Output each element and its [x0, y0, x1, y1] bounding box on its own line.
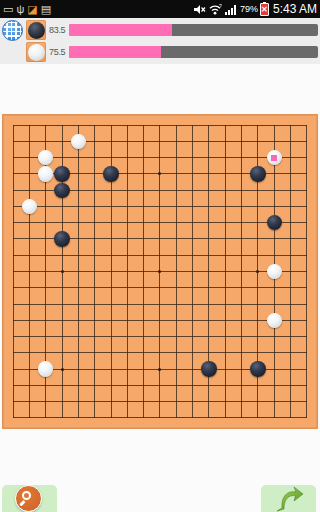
- board-cell[interactable]: [184, 117, 200, 133]
- board-cell[interactable]: [70, 377, 86, 393]
- board-cell[interactable]: [119, 117, 135, 133]
- board-cell[interactable]: [266, 133, 282, 149]
- board-cell[interactable]: [266, 345, 282, 361]
- board-cell[interactable]: [299, 345, 315, 361]
- board-cell[interactable]: [299, 312, 315, 328]
- board-cell[interactable]: [299, 296, 315, 312]
- board-cell[interactable]: [54, 263, 70, 279]
- board-cell[interactable]: [152, 133, 168, 149]
- board-cell[interactable]: [233, 215, 249, 231]
- board-cell[interactable]: [217, 182, 233, 198]
- board-cell[interactable]: [21, 312, 37, 328]
- board-cell[interactable]: [54, 198, 70, 214]
- board-cell[interactable]: [103, 117, 119, 133]
- board-cell[interactable]: [87, 393, 103, 409]
- board-cell[interactable]: [299, 393, 315, 409]
- board-cell[interactable]: [54, 361, 70, 377]
- board-cell[interactable]: [168, 377, 184, 393]
- board-cell[interactable]: [282, 296, 298, 312]
- board-cell[interactable]: [152, 393, 168, 409]
- board-cell[interactable]: [21, 393, 37, 409]
- board-cell[interactable]: [266, 312, 282, 328]
- board-cell[interactable]: [168, 312, 184, 328]
- board-cell[interactable]: [201, 328, 217, 344]
- board-cell[interactable]: [299, 182, 315, 198]
- board-cell[interactable]: [282, 263, 298, 279]
- board-cell[interactable]: [233, 263, 249, 279]
- board-cell[interactable]: [233, 231, 249, 247]
- board-cell[interactable]: [38, 231, 54, 247]
- board-cell[interactable]: [233, 377, 249, 393]
- board-cell[interactable]: [38, 150, 54, 166]
- board-cell[interactable]: [54, 150, 70, 166]
- board-cell[interactable]: [250, 198, 266, 214]
- board-cell[interactable]: [152, 263, 168, 279]
- board-cell[interactable]: [299, 133, 315, 149]
- go-board[interactable]: [2, 114, 318, 429]
- board-cell[interactable]: [184, 361, 200, 377]
- board-cell[interactable]: [266, 166, 282, 182]
- board-cell[interactable]: [168, 328, 184, 344]
- board-cell[interactable]: [136, 133, 152, 149]
- board-cell[interactable]: [184, 166, 200, 182]
- board-cell[interactable]: [152, 198, 168, 214]
- board-cell[interactable]: [5, 215, 21, 231]
- board-cell[interactable]: [250, 182, 266, 198]
- board-cell[interactable]: [233, 393, 249, 409]
- board-cell[interactable]: [87, 312, 103, 328]
- board-cell[interactable]: [266, 361, 282, 377]
- board-cell[interactable]: [38, 166, 54, 182]
- board-cell[interactable]: [250, 150, 266, 166]
- board-cell[interactable]: [87, 410, 103, 426]
- board-cell[interactable]: [70, 247, 86, 263]
- board-cell[interactable]: [266, 280, 282, 296]
- board-cell[interactable]: [103, 247, 119, 263]
- board-cell[interactable]: [233, 150, 249, 166]
- board-cell[interactable]: [233, 328, 249, 344]
- board-cell[interactable]: [119, 133, 135, 149]
- board-cell[interactable]: [119, 361, 135, 377]
- board-cell[interactable]: [87, 150, 103, 166]
- board-cell[interactable]: [103, 377, 119, 393]
- forward-button[interactable]: [261, 485, 316, 512]
- board-cell[interactable]: [184, 247, 200, 263]
- board-cell[interactable]: [119, 198, 135, 214]
- board-cell[interactable]: [87, 345, 103, 361]
- board-cell[interactable]: [136, 361, 152, 377]
- board-cell[interactable]: [5, 150, 21, 166]
- board-cell[interactable]: [38, 361, 54, 377]
- board-cell[interactable]: [87, 377, 103, 393]
- board-cell[interactable]: [103, 280, 119, 296]
- board-cell[interactable]: [201, 231, 217, 247]
- board-cell[interactable]: [201, 247, 217, 263]
- board-cell[interactable]: [21, 410, 37, 426]
- board-cell[interactable]: [21, 215, 37, 231]
- board-cell[interactable]: [5, 296, 21, 312]
- board-cell[interactable]: [217, 133, 233, 149]
- board-cell[interactable]: [136, 328, 152, 344]
- board-cell[interactable]: [87, 133, 103, 149]
- board-cell[interactable]: [282, 280, 298, 296]
- board-cell[interactable]: [282, 393, 298, 409]
- board-cell[interactable]: [21, 182, 37, 198]
- board-cell[interactable]: [168, 133, 184, 149]
- board-cell[interactable]: [168, 150, 184, 166]
- board-cell[interactable]: [54, 393, 70, 409]
- board-cell[interactable]: [54, 345, 70, 361]
- board-cell[interactable]: [119, 345, 135, 361]
- board-cell[interactable]: [152, 296, 168, 312]
- board-cell[interactable]: [266, 263, 282, 279]
- board-cell[interactable]: [201, 377, 217, 393]
- board-cell[interactable]: [168, 117, 184, 133]
- board-cell[interactable]: [201, 215, 217, 231]
- board-cell[interactable]: [217, 345, 233, 361]
- board-cell[interactable]: [119, 182, 135, 198]
- board-cell[interactable]: [119, 263, 135, 279]
- board-cell[interactable]: [87, 215, 103, 231]
- board-cell[interactable]: [201, 393, 217, 409]
- board-cell[interactable]: [266, 328, 282, 344]
- board-cell[interactable]: [250, 231, 266, 247]
- board-cell[interactable]: [282, 215, 298, 231]
- board-cell[interactable]: [103, 166, 119, 182]
- board-cell[interactable]: [70, 345, 86, 361]
- board-cell[interactable]: [168, 280, 184, 296]
- board-cell[interactable]: [103, 150, 119, 166]
- board-cell[interactable]: [152, 215, 168, 231]
- board-cell[interactable]: [266, 215, 282, 231]
- board-cell[interactable]: [201, 150, 217, 166]
- board-cell[interactable]: [54, 410, 70, 426]
- board-cell[interactable]: [87, 182, 103, 198]
- board-cell[interactable]: [282, 345, 298, 361]
- board-cell[interactable]: [54, 215, 70, 231]
- board-cell[interactable]: [282, 312, 298, 328]
- board-cell[interactable]: [136, 410, 152, 426]
- board-cell[interactable]: [201, 280, 217, 296]
- board-cell[interactable]: [70, 215, 86, 231]
- board-cell[interactable]: [70, 231, 86, 247]
- board-cell[interactable]: [54, 231, 70, 247]
- board-cell[interactable]: [21, 263, 37, 279]
- board-cell[interactable]: [5, 231, 21, 247]
- board-cell[interactable]: [119, 377, 135, 393]
- board-cell[interactable]: [152, 377, 168, 393]
- board-cell[interactable]: [119, 231, 135, 247]
- board-cell[interactable]: [38, 328, 54, 344]
- board-cell[interactable]: [282, 410, 298, 426]
- board-cell[interactable]: [233, 182, 249, 198]
- board-cell[interactable]: [87, 117, 103, 133]
- board-cell[interactable]: [21, 280, 37, 296]
- board-cell[interactable]: [250, 215, 266, 231]
- board-cell[interactable]: [103, 361, 119, 377]
- board-cell[interactable]: [5, 410, 21, 426]
- board-cell[interactable]: [152, 280, 168, 296]
- board-cell[interactable]: [217, 296, 233, 312]
- board-cell[interactable]: [217, 361, 233, 377]
- board-cell[interactable]: [136, 198, 152, 214]
- board-cell[interactable]: [282, 133, 298, 149]
- board-cell[interactable]: [103, 345, 119, 361]
- board-cell[interactable]: [152, 328, 168, 344]
- board-cell[interactable]: [250, 133, 266, 149]
- board-cell[interactable]: [5, 182, 21, 198]
- board-cell[interactable]: [168, 345, 184, 361]
- board-cell[interactable]: [54, 117, 70, 133]
- board-cell[interactable]: [233, 280, 249, 296]
- board-cell[interactable]: [38, 133, 54, 149]
- board-cell[interactable]: [5, 263, 21, 279]
- board-cell[interactable]: [5, 377, 21, 393]
- board-cell[interactable]: [168, 247, 184, 263]
- board-cell[interactable]: [233, 247, 249, 263]
- board-cell[interactable]: [38, 296, 54, 312]
- board-cell[interactable]: [184, 410, 200, 426]
- board-cell[interactable]: [152, 410, 168, 426]
- board-cell[interactable]: [184, 182, 200, 198]
- board-cell[interactable]: [201, 198, 217, 214]
- board-cell[interactable]: [168, 393, 184, 409]
- board-cell[interactable]: [250, 393, 266, 409]
- board-cell[interactable]: [70, 166, 86, 182]
- board-cell[interactable]: [136, 231, 152, 247]
- board-cell[interactable]: [201, 296, 217, 312]
- board-cell[interactable]: [233, 166, 249, 182]
- board-cell[interactable]: [184, 280, 200, 296]
- zoom-button[interactable]: [2, 485, 57, 512]
- board-cell[interactable]: [152, 361, 168, 377]
- board-cell[interactable]: [201, 117, 217, 133]
- board-cell[interactable]: [217, 150, 233, 166]
- board-cell[interactable]: [70, 150, 86, 166]
- board-cell[interactable]: [38, 410, 54, 426]
- board-cell[interactable]: [184, 198, 200, 214]
- board-cell[interactable]: [21, 296, 37, 312]
- board-cell[interactable]: [299, 150, 315, 166]
- board-cell[interactable]: [299, 215, 315, 231]
- board-cell[interactable]: [136, 296, 152, 312]
- board-cell[interactable]: [87, 328, 103, 344]
- board-cell[interactable]: [299, 328, 315, 344]
- board-cell[interactable]: [5, 166, 21, 182]
- board-cell[interactable]: [152, 312, 168, 328]
- board-cell[interactable]: [168, 198, 184, 214]
- board-cell[interactable]: [168, 166, 184, 182]
- board-cell[interactable]: [266, 182, 282, 198]
- board-cell[interactable]: [5, 117, 21, 133]
- board-cell[interactable]: [266, 377, 282, 393]
- board-cell[interactable]: [233, 410, 249, 426]
- board-cell[interactable]: [136, 377, 152, 393]
- board-cell[interactable]: [70, 133, 86, 149]
- board-cell[interactable]: [54, 280, 70, 296]
- board-cell[interactable]: [38, 280, 54, 296]
- board-cell[interactable]: [233, 312, 249, 328]
- board-cell[interactable]: [152, 150, 168, 166]
- board-cell[interactable]: [70, 198, 86, 214]
- board-cell[interactable]: [217, 377, 233, 393]
- board-cell[interactable]: [5, 280, 21, 296]
- board-cell[interactable]: [233, 133, 249, 149]
- board-cell[interactable]: [299, 231, 315, 247]
- board-cell[interactable]: [217, 198, 233, 214]
- board-cell[interactable]: [103, 215, 119, 231]
- board-cell[interactable]: [266, 231, 282, 247]
- board-cell[interactable]: [299, 166, 315, 182]
- board-cell[interactable]: [299, 410, 315, 426]
- board-cell[interactable]: [136, 280, 152, 296]
- board-cell[interactable]: [136, 117, 152, 133]
- board-cell[interactable]: [168, 231, 184, 247]
- board-cell[interactable]: [70, 182, 86, 198]
- board-cell[interactable]: [250, 328, 266, 344]
- board-cell[interactable]: [119, 166, 135, 182]
- board-cell[interactable]: [21, 247, 37, 263]
- board-cell[interactable]: [103, 312, 119, 328]
- board-cell[interactable]: [217, 166, 233, 182]
- board-cell[interactable]: [233, 198, 249, 214]
- board-cell[interactable]: [266, 117, 282, 133]
- board-cell[interactable]: [152, 247, 168, 263]
- board-cell[interactable]: [299, 247, 315, 263]
- board-cell[interactable]: [103, 393, 119, 409]
- board-cell[interactable]: [87, 263, 103, 279]
- board-cell[interactable]: [299, 198, 315, 214]
- board-cell[interactable]: [184, 296, 200, 312]
- board-cell[interactable]: [136, 247, 152, 263]
- board-cell[interactable]: [250, 377, 266, 393]
- board-cell[interactable]: [21, 117, 37, 133]
- board-cell[interactable]: [119, 215, 135, 231]
- board-cell[interactable]: [152, 117, 168, 133]
- board-cell[interactable]: [184, 133, 200, 149]
- board-cell[interactable]: [21, 166, 37, 182]
- board-cell[interactable]: [119, 312, 135, 328]
- board-cell[interactable]: [282, 361, 298, 377]
- board-cell[interactable]: [136, 150, 152, 166]
- board-cell[interactable]: [38, 393, 54, 409]
- board-cell[interactable]: [87, 247, 103, 263]
- board-cell[interactable]: [168, 296, 184, 312]
- board-cell[interactable]: [282, 166, 298, 182]
- board-cell[interactable]: [38, 312, 54, 328]
- board-cell[interactable]: [54, 296, 70, 312]
- board-cell[interactable]: [299, 361, 315, 377]
- board-cell[interactable]: [282, 328, 298, 344]
- board-cell[interactable]: [38, 182, 54, 198]
- board-cell[interactable]: [217, 410, 233, 426]
- board-cell[interactable]: [38, 345, 54, 361]
- board-cell[interactable]: [217, 393, 233, 409]
- board-cell[interactable]: [152, 345, 168, 361]
- board-cell[interactable]: [217, 312, 233, 328]
- board-cell[interactable]: [250, 166, 266, 182]
- board-cell[interactable]: [38, 198, 54, 214]
- board-cell[interactable]: [54, 133, 70, 149]
- board-cell[interactable]: [5, 133, 21, 149]
- board-cell[interactable]: [233, 345, 249, 361]
- board-cell[interactable]: [103, 296, 119, 312]
- board-cell[interactable]: [87, 280, 103, 296]
- board-cell[interactable]: [233, 361, 249, 377]
- board-cell[interactable]: [282, 377, 298, 393]
- board-cell[interactable]: [233, 117, 249, 133]
- board-cell[interactable]: [299, 263, 315, 279]
- board-cell[interactable]: [299, 117, 315, 133]
- board-cell[interactable]: [168, 263, 184, 279]
- board-cell[interactable]: [54, 312, 70, 328]
- board-cell[interactable]: [217, 215, 233, 231]
- board-cell[interactable]: [70, 393, 86, 409]
- board-cell[interactable]: [299, 280, 315, 296]
- board-cell[interactable]: [217, 247, 233, 263]
- board-cell[interactable]: [21, 328, 37, 344]
- board-cell[interactable]: [282, 117, 298, 133]
- board-cell[interactable]: [217, 280, 233, 296]
- board-cell[interactable]: [250, 247, 266, 263]
- board-cell[interactable]: [152, 166, 168, 182]
- board-cell[interactable]: [21, 345, 37, 361]
- board-cell[interactable]: [250, 410, 266, 426]
- board-cell[interactable]: [70, 410, 86, 426]
- board-cell[interactable]: [168, 182, 184, 198]
- board-cell[interactable]: [250, 296, 266, 312]
- board-cell[interactable]: [21, 133, 37, 149]
- board-cell[interactable]: [184, 345, 200, 361]
- board-cell[interactable]: [54, 247, 70, 263]
- board-cell[interactable]: [87, 296, 103, 312]
- board-cell[interactable]: [282, 231, 298, 247]
- board-cell[interactable]: [38, 377, 54, 393]
- board-cell[interactable]: [5, 198, 21, 214]
- board-cell[interactable]: [136, 166, 152, 182]
- board-cell[interactable]: [54, 166, 70, 182]
- board-cell[interactable]: [217, 328, 233, 344]
- board-cell[interactable]: [87, 361, 103, 377]
- board-cell[interactable]: [21, 377, 37, 393]
- board-cell[interactable]: [217, 117, 233, 133]
- board-cell[interactable]: [184, 377, 200, 393]
- board-cell[interactable]: [201, 410, 217, 426]
- board-cell[interactable]: [103, 231, 119, 247]
- board-cell[interactable]: [184, 328, 200, 344]
- board-cell[interactable]: [70, 312, 86, 328]
- board-cell[interactable]: [38, 263, 54, 279]
- board-cell[interactable]: [168, 410, 184, 426]
- board-cell[interactable]: [282, 247, 298, 263]
- board-cell[interactable]: [136, 263, 152, 279]
- board-cell[interactable]: [136, 345, 152, 361]
- board-cell[interactable]: [38, 247, 54, 263]
- board-cell[interactable]: [103, 198, 119, 214]
- board-cell[interactable]: [201, 133, 217, 149]
- board-cell[interactable]: [233, 296, 249, 312]
- board-cell[interactable]: [282, 198, 298, 214]
- board-cell[interactable]: [87, 231, 103, 247]
- board-cell[interactable]: [136, 215, 152, 231]
- board-cell[interactable]: [5, 312, 21, 328]
- board-cell[interactable]: [70, 328, 86, 344]
- board-cell[interactable]: [70, 263, 86, 279]
- board-cell[interactable]: [119, 280, 135, 296]
- board-cell[interactable]: [184, 263, 200, 279]
- board-cell[interactable]: [5, 247, 21, 263]
- board-cell[interactable]: [250, 117, 266, 133]
